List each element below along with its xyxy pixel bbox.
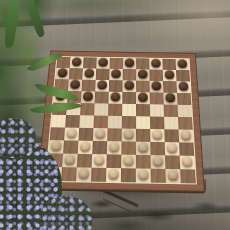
square-r4c10[interactable] xyxy=(177,93,191,105)
square-r4c9[interactable] xyxy=(163,93,177,105)
light-piece[interactable] xyxy=(167,169,179,180)
square-r7c7[interactable] xyxy=(136,129,150,142)
square-r6c5[interactable] xyxy=(108,116,122,129)
square-r6c6[interactable] xyxy=(122,116,136,129)
square-r3c6[interactable] xyxy=(122,80,136,92)
square-r4c6[interactable] xyxy=(122,92,136,104)
square-r6c7[interactable] xyxy=(136,116,150,129)
square-r7c6[interactable] xyxy=(122,129,136,142)
square-r3c9[interactable] xyxy=(163,81,177,93)
square-r10c3[interactable] xyxy=(76,167,92,181)
square-r9c4[interactable] xyxy=(92,154,107,168)
square-r2c6[interactable] xyxy=(123,69,136,81)
light-piece[interactable] xyxy=(95,128,107,138)
square-r7c3[interactable] xyxy=(78,128,93,141)
square-r1c7[interactable] xyxy=(136,58,149,69)
square-r1c2[interactable] xyxy=(70,57,84,68)
dark-piece[interactable] xyxy=(151,81,162,90)
square-r3c2[interactable] xyxy=(68,79,82,91)
square-r5c6[interactable] xyxy=(122,104,136,116)
dark-piece[interactable] xyxy=(97,80,108,89)
dark-piece[interactable] xyxy=(165,93,176,102)
light-piece[interactable] xyxy=(180,130,192,140)
square-r10c10[interactable] xyxy=(180,169,196,183)
square-r4c8[interactable] xyxy=(150,92,164,104)
square-r6c4[interactable] xyxy=(93,116,108,129)
square-r7c4[interactable] xyxy=(93,128,108,141)
light-piece[interactable] xyxy=(79,141,91,151)
square-r10c2[interactable] xyxy=(61,167,77,181)
square-r2c8[interactable] xyxy=(149,69,163,81)
square-r8c2[interactable] xyxy=(63,140,78,153)
light-piece[interactable] xyxy=(66,128,78,138)
square-r1c6[interactable] xyxy=(123,58,136,69)
square-r9c2[interactable] xyxy=(62,154,78,168)
square-r3c7[interactable] xyxy=(136,81,150,93)
square-r7c2[interactable] xyxy=(64,128,79,141)
square-r8c7[interactable] xyxy=(136,142,151,155)
square-r2c10[interactable] xyxy=(176,70,190,82)
square-r9c8[interactable] xyxy=(150,155,165,169)
square-r9c6[interactable] xyxy=(121,155,136,169)
light-piece[interactable] xyxy=(93,154,105,165)
square-r2c3[interactable] xyxy=(82,68,96,80)
dark-piece[interactable] xyxy=(138,92,149,101)
dark-piece[interactable] xyxy=(151,59,161,68)
square-r1c4[interactable] xyxy=(96,58,110,69)
square-r6c8[interactable] xyxy=(150,116,164,129)
square-r9c9[interactable] xyxy=(165,155,180,169)
light-piece[interactable] xyxy=(137,142,148,152)
dark-piece[interactable] xyxy=(124,58,134,67)
square-r3c8[interactable] xyxy=(150,81,164,93)
square-r8c10[interactable] xyxy=(179,142,194,155)
square-r3c5[interactable] xyxy=(109,80,123,92)
square-r1c3[interactable] xyxy=(83,57,97,68)
square-r8c5[interactable] xyxy=(107,141,122,154)
square-r6c2[interactable] xyxy=(65,115,80,128)
square-r2c9[interactable] xyxy=(163,70,177,82)
square-r8c9[interactable] xyxy=(165,142,180,155)
square-r7c10[interactable] xyxy=(179,130,194,143)
garden-board-photo xyxy=(0,0,230,230)
dark-piece[interactable] xyxy=(111,69,122,78)
light-piece[interactable] xyxy=(108,141,120,151)
square-r5c8[interactable] xyxy=(150,104,164,116)
square-r10c9[interactable] xyxy=(165,169,180,183)
dark-piece[interactable] xyxy=(164,70,175,79)
light-piece[interactable] xyxy=(166,142,178,152)
square-r6c3[interactable] xyxy=(79,115,94,128)
square-r5c5[interactable] xyxy=(108,104,122,116)
dark-piece[interactable] xyxy=(98,58,109,67)
square-r2c2[interactable] xyxy=(69,68,83,80)
square-r5c9[interactable] xyxy=(164,105,178,117)
square-r8c4[interactable] xyxy=(92,141,107,154)
square-r1c9[interactable] xyxy=(162,59,176,70)
square-r9c7[interactable] xyxy=(136,155,151,169)
dark-piece[interactable] xyxy=(178,81,189,90)
light-piece[interactable] xyxy=(108,168,120,179)
dark-piece[interactable] xyxy=(71,57,82,66)
square-r2c4[interactable] xyxy=(96,69,110,81)
square-r4c5[interactable] xyxy=(108,92,122,104)
square-r9c3[interactable] xyxy=(77,154,92,168)
square-r1c10[interactable] xyxy=(176,59,190,70)
square-r7c9[interactable] xyxy=(164,129,179,142)
light-piece[interactable] xyxy=(137,169,149,180)
square-r5c3[interactable] xyxy=(80,103,95,115)
square-r7c8[interactable] xyxy=(150,129,165,142)
light-piece[interactable] xyxy=(123,155,135,166)
square-r6c10[interactable] xyxy=(178,117,193,130)
board-grid xyxy=(45,56,197,184)
square-r8c3[interactable] xyxy=(78,141,93,154)
light-piece[interactable] xyxy=(64,154,76,165)
dark-piece[interactable] xyxy=(70,80,81,89)
square-r3c4[interactable] xyxy=(95,80,109,92)
square-r5c4[interactable] xyxy=(94,103,108,115)
square-r4c7[interactable] xyxy=(136,92,150,104)
light-piece[interactable] xyxy=(78,168,90,179)
square-r3c10[interactable] xyxy=(176,81,190,93)
square-r10c4[interactable] xyxy=(91,168,106,182)
square-r3c3[interactable] xyxy=(82,80,96,92)
square-r9c5[interactable] xyxy=(106,154,121,168)
square-r10c7[interactable] xyxy=(136,168,151,182)
dark-piece[interactable] xyxy=(110,92,121,101)
square-r10c6[interactable] xyxy=(121,168,136,182)
square-r4c4[interactable] xyxy=(95,91,109,103)
square-r2c7[interactable] xyxy=(136,69,149,81)
light-piece[interactable] xyxy=(181,156,193,167)
square-r1c5[interactable] xyxy=(110,58,123,69)
square-r5c7[interactable] xyxy=(136,104,150,116)
light-piece[interactable] xyxy=(152,155,164,166)
dark-piece[interactable] xyxy=(82,91,93,100)
square-r4c3[interactable] xyxy=(81,91,95,103)
square-r5c10[interactable] xyxy=(177,105,192,117)
square-r10c5[interactable] xyxy=(106,168,121,182)
square-r2c5[interactable] xyxy=(109,69,123,81)
square-r9c10[interactable] xyxy=(180,156,195,170)
dark-piece[interactable] xyxy=(138,69,148,78)
light-piece[interactable] xyxy=(152,129,163,139)
dark-piece[interactable] xyxy=(124,80,135,89)
light-piece[interactable] xyxy=(123,129,134,139)
square-r6c9[interactable] xyxy=(164,117,179,130)
square-r8c6[interactable] xyxy=(121,141,136,154)
square-r1c8[interactable] xyxy=(149,58,162,69)
foliage-shade xyxy=(48,0,138,22)
square-r7c5[interactable] xyxy=(107,128,122,141)
dark-piece[interactable] xyxy=(177,59,188,68)
square-r10c8[interactable] xyxy=(151,169,166,183)
dark-piece[interactable] xyxy=(84,68,95,77)
square-r8c8[interactable] xyxy=(150,142,165,155)
